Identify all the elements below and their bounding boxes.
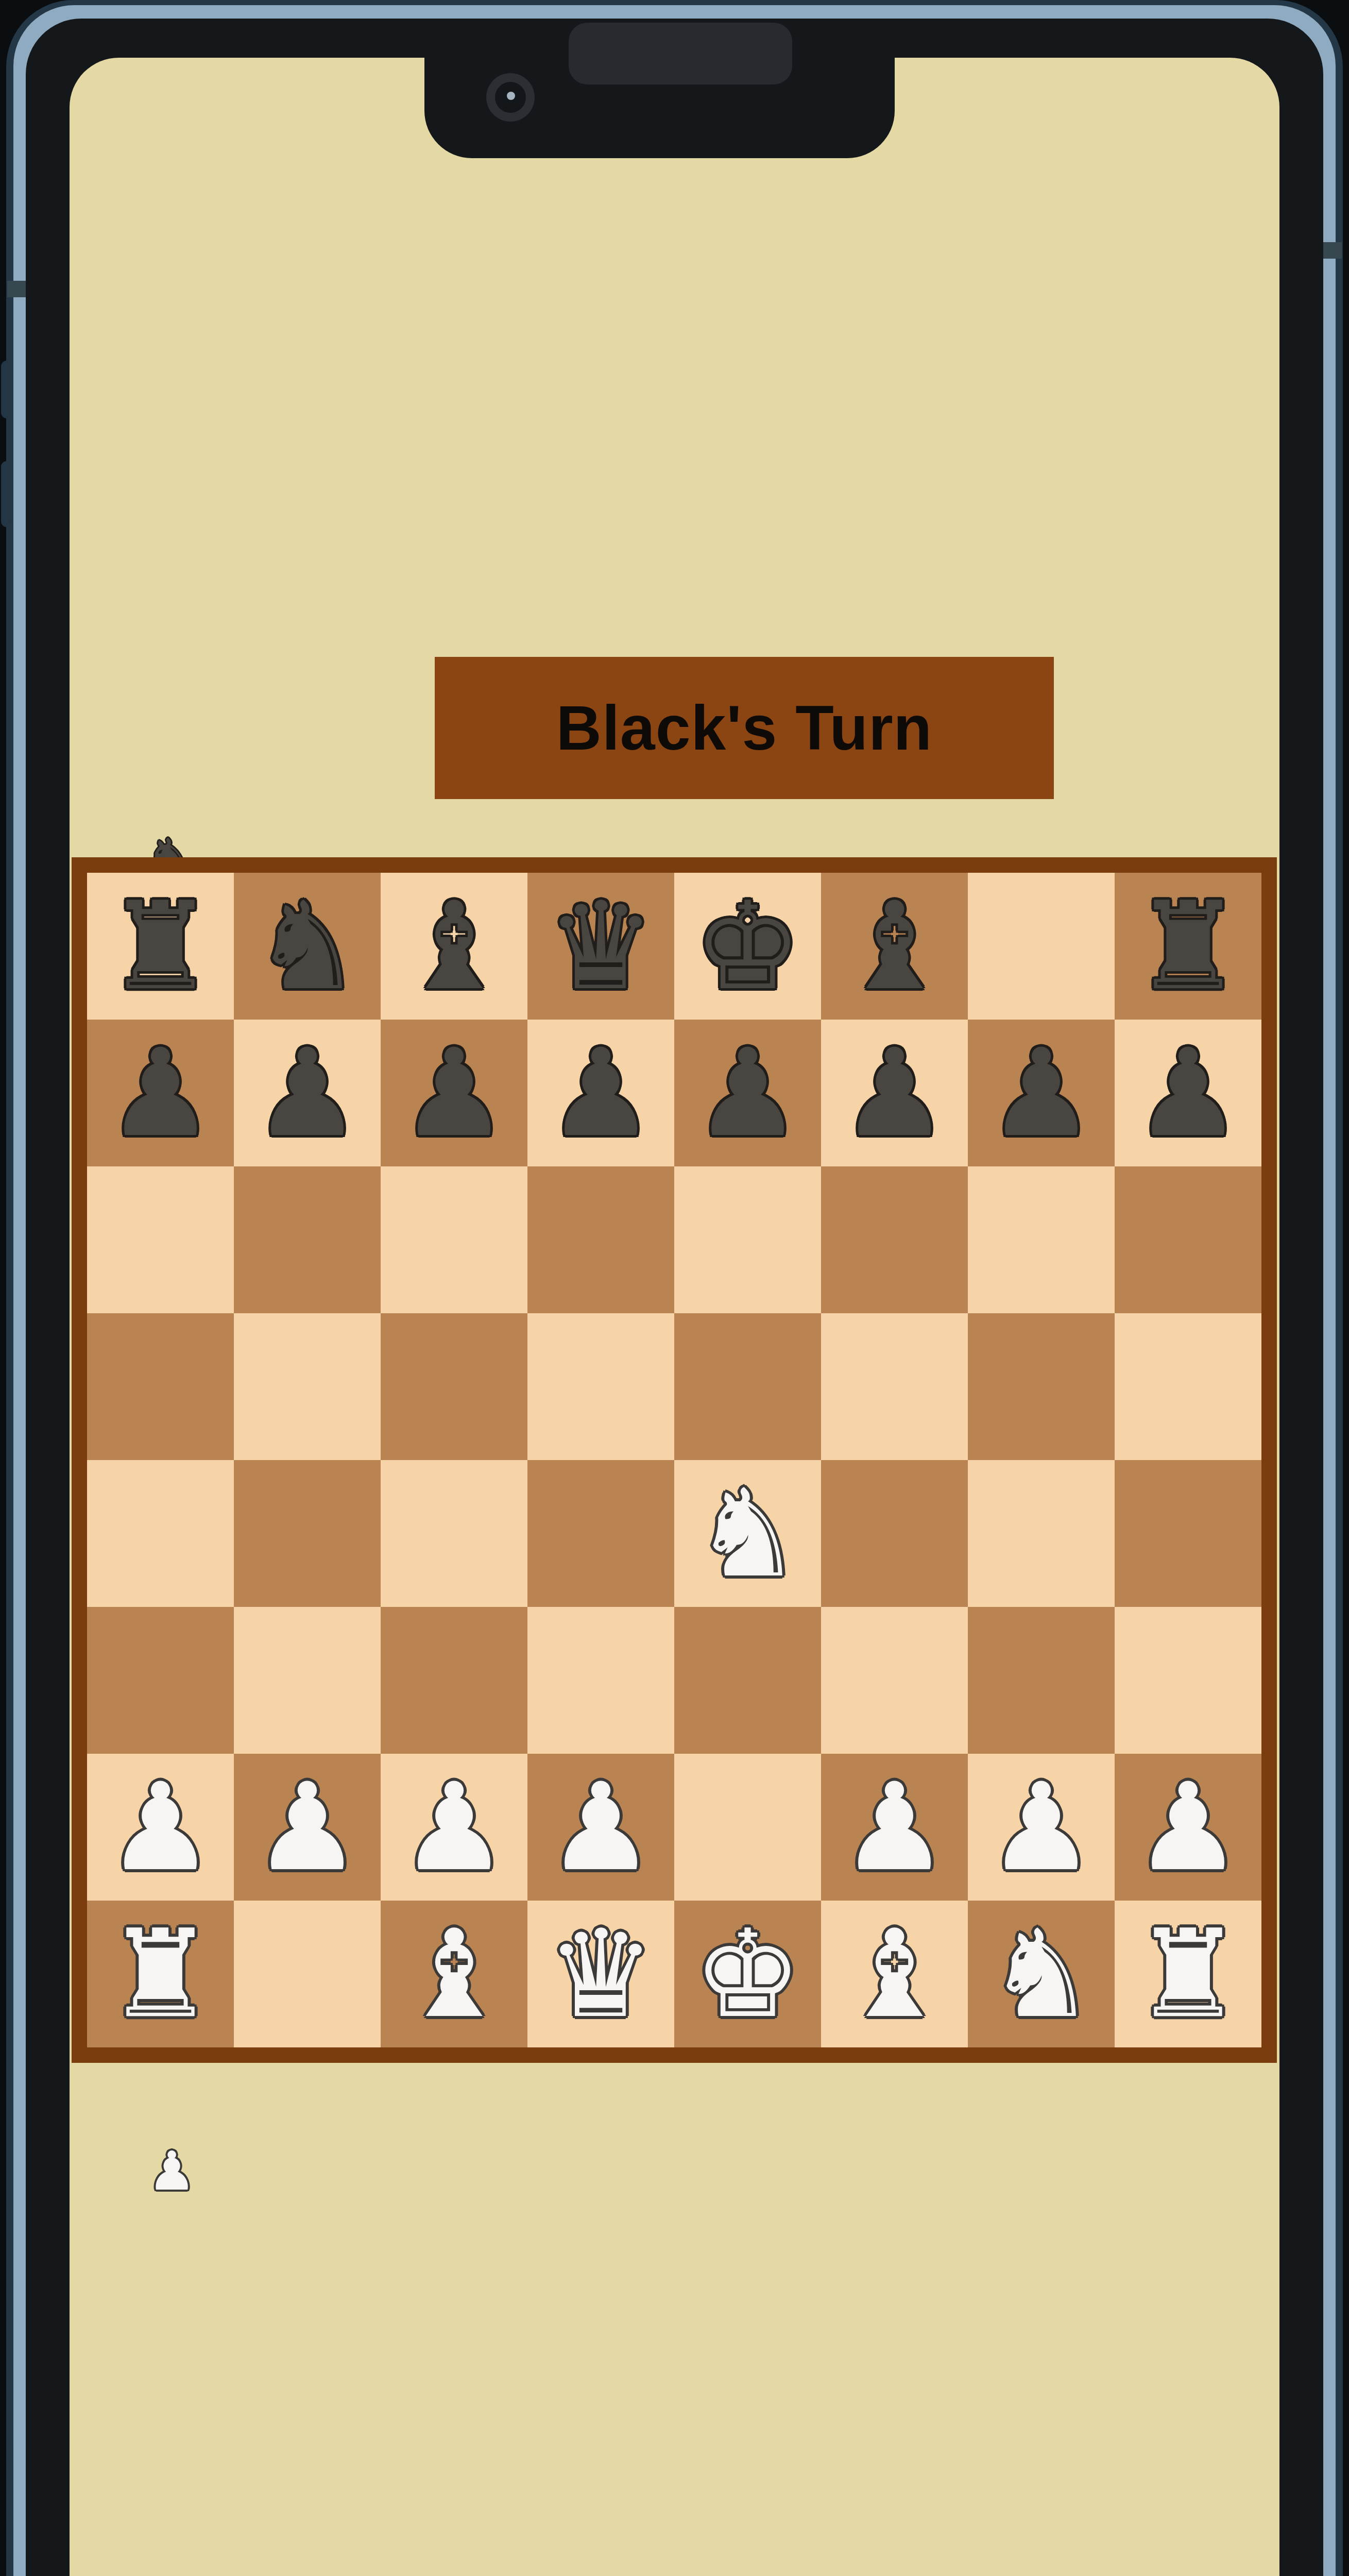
- square-g4[interactable]: [968, 1460, 1115, 1607]
- square-f5[interactable]: [821, 1313, 968, 1460]
- square-h3[interactable]: [1115, 1607, 1261, 1754]
- square-g8[interactable]: [968, 873, 1115, 1020]
- square-a1[interactable]: ♜: [87, 1901, 234, 2047]
- square-b2[interactable]: ♟: [234, 1754, 381, 1901]
- square-f7[interactable]: ♟: [821, 1020, 968, 1166]
- piece-white-knight-g1[interactable]: ♞: [968, 1901, 1115, 2047]
- phone-screen: Black's Turn ♞ ♜♞♝♛♚♝♜♟♟♟♟♟♟♟♟♞♟♟♟♟♟♟♟♜♝…: [70, 58, 1279, 2576]
- piece-white-pawn-h2[interactable]: ♟: [1115, 1754, 1261, 1901]
- square-g1[interactable]: ♞: [968, 1901, 1115, 2047]
- antenna-band-left: [7, 281, 27, 297]
- piece-black-pawn-c7[interactable]: ♟: [381, 1020, 527, 1166]
- square-a7[interactable]: ♟: [87, 1020, 234, 1166]
- square-d3[interactable]: [527, 1607, 674, 1754]
- piece-black-king-e8[interactable]: ♚: [674, 873, 821, 1020]
- square-g7[interactable]: ♟: [968, 1020, 1115, 1166]
- square-c3[interactable]: [381, 1607, 527, 1754]
- chess-board: ♜♞♝♛♚♝♜♟♟♟♟♟♟♟♟♞♟♟♟♟♟♟♟♜♝♛♚♝♞♜: [72, 857, 1277, 2063]
- square-d6[interactable]: [527, 1166, 674, 1313]
- square-a4[interactable]: [87, 1460, 234, 1607]
- phone-frame: Black's Turn ♞ ♜♞♝♛♚♝♜♟♟♟♟♟♟♟♟♞♟♟♟♟♟♟♟♜♝…: [0, 0, 1349, 2576]
- square-h1[interactable]: ♜: [1115, 1901, 1261, 2047]
- square-a6[interactable]: [87, 1166, 234, 1313]
- square-a3[interactable]: [87, 1607, 234, 1754]
- status-banner: Black's Turn: [435, 657, 1054, 799]
- piece-black-bishop-f8[interactable]: ♝: [821, 873, 968, 1020]
- piece-white-pawn-f2[interactable]: ♟: [821, 1754, 968, 1901]
- square-e4[interactable]: ♞: [674, 1460, 821, 1607]
- square-c5[interactable]: [381, 1313, 527, 1460]
- square-c1[interactable]: ♝: [381, 1901, 527, 2047]
- speaker-housing: [569, 23, 792, 84]
- square-h5[interactable]: [1115, 1313, 1261, 1460]
- piece-black-bishop-c8[interactable]: ♝: [381, 873, 527, 1020]
- square-a8[interactable]: ♜: [87, 873, 234, 1020]
- piece-white-rook-a1[interactable]: ♜: [87, 1901, 234, 2047]
- camera-glint: [507, 92, 515, 100]
- square-f8[interactable]: ♝: [821, 873, 968, 1020]
- square-b1[interactable]: [234, 1901, 381, 2047]
- square-h8[interactable]: ♜: [1115, 873, 1261, 1020]
- piece-black-pawn-h7[interactable]: ♟: [1115, 1020, 1261, 1166]
- square-f6[interactable]: [821, 1166, 968, 1313]
- square-c8[interactable]: ♝: [381, 873, 527, 1020]
- square-f2[interactable]: ♟: [821, 1754, 968, 1901]
- piece-black-rook-a8[interactable]: ♜: [87, 873, 234, 1020]
- front-camera-icon: [486, 73, 535, 122]
- piece-black-pawn-d7[interactable]: ♟: [527, 1020, 674, 1166]
- square-c7[interactable]: ♟: [381, 1020, 527, 1166]
- square-b7[interactable]: ♟: [234, 1020, 381, 1166]
- square-b4[interactable]: [234, 1460, 381, 1607]
- square-e5[interactable]: [674, 1313, 821, 1460]
- square-c2[interactable]: ♟: [381, 1754, 527, 1901]
- square-f4[interactable]: [821, 1460, 968, 1607]
- notch: [424, 31, 895, 158]
- piece-black-rook-h8[interactable]: ♜: [1115, 873, 1261, 1020]
- square-e7[interactable]: ♟: [674, 1020, 821, 1166]
- square-b5[interactable]: [234, 1313, 381, 1460]
- piece-white-pawn-a2[interactable]: ♟: [87, 1754, 234, 1901]
- square-g3[interactable]: [968, 1607, 1115, 1754]
- piece-white-bishop-c1[interactable]: ♝: [381, 1901, 527, 2047]
- piece-white-pawn-d2[interactable]: ♟: [527, 1754, 674, 1901]
- square-h7[interactable]: ♟: [1115, 1020, 1261, 1166]
- piece-white-pawn-c2[interactable]: ♟: [381, 1754, 527, 1901]
- square-b6[interactable]: [234, 1166, 381, 1313]
- piece-black-pawn-e7[interactable]: ♟: [674, 1020, 821, 1166]
- square-f3[interactable]: [821, 1607, 968, 1754]
- square-d1[interactable]: ♛: [527, 1901, 674, 2047]
- square-e6[interactable]: [674, 1166, 821, 1313]
- square-e2[interactable]: [674, 1754, 821, 1901]
- piece-black-pawn-b7[interactable]: ♟: [234, 1020, 381, 1166]
- square-g5[interactable]: [968, 1313, 1115, 1460]
- volume-up-button: [1, 361, 12, 418]
- square-g2[interactable]: ♟: [968, 1754, 1115, 1901]
- square-h6[interactable]: [1115, 1166, 1261, 1313]
- square-d8[interactable]: ♛: [527, 873, 674, 1020]
- square-c4[interactable]: [381, 1460, 527, 1607]
- square-d2[interactable]: ♟: [527, 1754, 674, 1901]
- square-a5[interactable]: [87, 1313, 234, 1460]
- piece-white-rook-h1[interactable]: ♜: [1115, 1901, 1261, 2047]
- square-d7[interactable]: ♟: [527, 1020, 674, 1166]
- square-b8[interactable]: ♞: [234, 873, 381, 1020]
- square-g6[interactable]: [968, 1166, 1115, 1313]
- piece-white-queen-d1[interactable]: ♛: [527, 1901, 674, 2047]
- piece-black-pawn-a7[interactable]: ♟: [87, 1020, 234, 1166]
- piece-black-pawn-g7[interactable]: ♟: [968, 1020, 1115, 1166]
- square-f1[interactable]: ♝: [821, 1901, 968, 2047]
- status-banner-label: Black's Turn: [556, 692, 932, 764]
- piece-white-bishop-f1[interactable]: ♝: [821, 1901, 968, 2047]
- square-h4[interactable]: [1115, 1460, 1261, 1607]
- board-squares: ♜♞♝♛♚♝♜♟♟♟♟♟♟♟♟♞♟♟♟♟♟♟♟♜♝♛♚♝♞♜: [87, 873, 1261, 2047]
- piece-black-knight-b8[interactable]: ♞: [234, 873, 381, 1020]
- captured-white-pawn-icon: ♟: [148, 2144, 196, 2198]
- piece-white-pawn-b2[interactable]: ♟: [234, 1754, 381, 1901]
- piece-black-queen-d8[interactable]: ♛: [527, 873, 674, 1020]
- volume-down-button: [1, 461, 12, 527]
- piece-white-pawn-g2[interactable]: ♟: [968, 1754, 1115, 1901]
- square-d4[interactable]: [527, 1460, 674, 1607]
- square-a2[interactable]: ♟: [87, 1754, 234, 1901]
- square-e8[interactable]: ♚: [674, 873, 821, 1020]
- square-h2[interactable]: ♟: [1115, 1754, 1261, 1901]
- square-b3[interactable]: [234, 1607, 381, 1754]
- square-d5[interactable]: [527, 1313, 674, 1460]
- piece-black-pawn-f7[interactable]: ♟: [821, 1020, 968, 1166]
- captured-by-black-tray: ♟: [148, 2135, 196, 2198]
- piece-white-king-e1[interactable]: ♚: [674, 1901, 821, 2047]
- square-c6[interactable]: [381, 1166, 527, 1313]
- square-e3[interactable]: [674, 1607, 821, 1754]
- square-e1[interactable]: ♚: [674, 1901, 821, 2047]
- antenna-band-right: [1322, 242, 1342, 259]
- piece-white-knight-e4[interactable]: ♞: [674, 1460, 821, 1607]
